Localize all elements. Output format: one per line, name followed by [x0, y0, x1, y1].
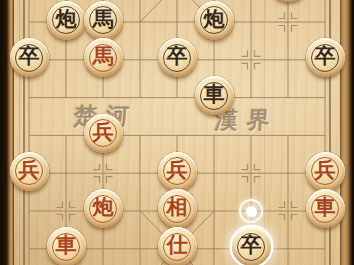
- piece-character: 車: [56, 235, 77, 256]
- piece-character: 相: [167, 197, 188, 218]
- piece-character: 卒: [315, 46, 336, 67]
- piece-red-soldier[interactable]: 兵: [158, 152, 197, 191]
- piece-black-cannon[interactable]: 炮: [47, 1, 86, 40]
- piece-character: 兵: [93, 122, 114, 143]
- piece-character: 卒: [241, 235, 262, 256]
- piece-black-chariot[interactable]: 車: [195, 76, 234, 115]
- piece-character: 馬: [93, 9, 114, 30]
- piece-black-soldier[interactable]: 卒: [306, 38, 345, 77]
- piece-character: 車: [204, 84, 225, 105]
- piece-character: 兵: [315, 160, 336, 181]
- piece-red-soldier[interactable]: 兵: [84, 114, 123, 153]
- piece-grid: 炮馬炮卒馬卒卒車兵兵兵兵炮相車車仕卒: [11, 0, 344, 265]
- piece-red-chariot[interactable]: 車: [47, 227, 86, 265]
- piece-black-horse[interactable]: 馬: [84, 1, 123, 40]
- xiangqi-app: 楚河 漢界 炮馬炮卒馬卒卒車兵兵兵兵炮相車車仕卒: [0, 0, 354, 265]
- piece-black-soldier[interactable]: 卒: [158, 38, 197, 77]
- piece-red-chariot[interactable]: 車: [306, 189, 345, 228]
- piece-black-unknown[interactable]: [269, 0, 308, 2]
- piece-character: 仕: [167, 235, 188, 256]
- piece-character: 車: [315, 197, 336, 218]
- piece-character: 卒: [19, 46, 40, 67]
- piece-red-elephant[interactable]: 相: [158, 189, 197, 228]
- piece-character: 兵: [19, 160, 40, 181]
- piece-black-cannon[interactable]: 炮: [195, 1, 234, 40]
- piece-character: 兵: [167, 160, 188, 181]
- piece-character: 炮: [56, 9, 77, 30]
- piece-red-soldier[interactable]: 兵: [10, 152, 49, 191]
- piece-red-advisor[interactable]: 仕: [158, 227, 197, 265]
- piece-red-horse[interactable]: 馬: [84, 38, 123, 77]
- piece-character: 炮: [204, 9, 225, 30]
- piece-black-soldier[interactable]: 卒: [10, 38, 49, 77]
- piece-black-soldier[interactable]: 卒: [232, 227, 271, 265]
- piece-character: 炮: [93, 197, 114, 218]
- piece-red-soldier[interactable]: 兵: [306, 152, 345, 191]
- piece-red-cannon[interactable]: 炮: [84, 189, 123, 228]
- piece-character: 馬: [93, 46, 114, 67]
- piece-character: 卒: [167, 46, 188, 67]
